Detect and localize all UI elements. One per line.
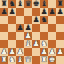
- square-a5[interactable]: [0, 24, 8, 32]
- square-f4[interactable]: [40, 32, 48, 40]
- square-e7[interactable]: [32, 8, 40, 16]
- piece-black-knight[interactable]: ♞: [9, 0, 16, 8]
- square-c1[interactable]: ♝: [16, 56, 24, 64]
- piece-white-pawn[interactable]: ♟: [57, 48, 64, 56]
- square-g8[interactable]: [48, 0, 56, 8]
- piece-black-pawn[interactable]: ♟: [1, 8, 8, 16]
- piece-white-pawn[interactable]: ♟: [1, 48, 8, 56]
- piece-white-bishop[interactable]: ♝: [17, 56, 24, 64]
- square-b2[interactable]: ♟: [8, 48, 16, 56]
- square-h4[interactable]: [56, 32, 64, 40]
- piece-white-rook[interactable]: ♜: [41, 56, 48, 64]
- square-b3[interactable]: [8, 40, 16, 48]
- chess-board: ♜♞♝♛♚♝♜♟♟♟♟♟♟♞♟♟♟♝♟♞♟♟♟♟♟♟♜♞♝♛♜♚: [0, 0, 64, 64]
- square-e5[interactable]: [32, 24, 40, 32]
- square-b6[interactable]: [8, 16, 16, 24]
- square-d7[interactable]: [24, 8, 32, 16]
- square-g6[interactable]: [48, 16, 56, 24]
- piece-black-knight[interactable]: ♞: [41, 16, 48, 24]
- piece-black-pawn[interactable]: ♟: [17, 24, 24, 32]
- square-g7[interactable]: ♟: [48, 8, 56, 16]
- square-b7[interactable]: ♟: [8, 8, 16, 16]
- square-d3[interactable]: ♝: [24, 40, 32, 48]
- square-d1[interactable]: ♛: [24, 56, 32, 64]
- square-e3[interactable]: ♟: [32, 40, 40, 48]
- square-d4[interactable]: ♟: [24, 32, 32, 40]
- square-g5[interactable]: [48, 24, 56, 32]
- piece-white-pawn[interactable]: ♟: [49, 48, 56, 56]
- square-h8[interactable]: ♜: [56, 0, 64, 8]
- piece-black-pawn[interactable]: ♟: [41, 8, 48, 16]
- square-c7[interactable]: [16, 8, 24, 16]
- square-d8[interactable]: ♛: [24, 0, 32, 8]
- square-a1[interactable]: ♜: [0, 56, 8, 64]
- piece-white-king[interactable]: ♚: [49, 56, 56, 64]
- square-f6[interactable]: ♞: [40, 16, 48, 24]
- piece-white-pawn[interactable]: ♟: [9, 48, 16, 56]
- square-f1[interactable]: ♜: [40, 56, 48, 64]
- square-f7[interactable]: ♟: [40, 8, 48, 16]
- piece-black-rook[interactable]: ♜: [57, 0, 64, 8]
- piece-white-knight[interactable]: ♞: [9, 56, 16, 64]
- piece-white-pawn[interactable]: ♟: [25, 32, 32, 40]
- square-g3[interactable]: [48, 40, 56, 48]
- piece-white-pawn[interactable]: ♟: [41, 48, 48, 56]
- square-a3[interactable]: [0, 40, 8, 48]
- piece-black-pawn[interactable]: ♟: [33, 16, 40, 24]
- square-e1[interactable]: [32, 56, 40, 64]
- piece-black-rook[interactable]: ♜: [1, 0, 8, 8]
- square-c3[interactable]: [16, 40, 24, 48]
- square-f3[interactable]: ♞: [40, 40, 48, 48]
- square-c4[interactable]: [16, 32, 24, 40]
- square-a2[interactable]: ♟: [0, 48, 8, 56]
- square-h5[interactable]: [56, 24, 64, 32]
- piece-black-pawn[interactable]: ♟: [25, 24, 32, 32]
- square-d2[interactable]: [24, 48, 32, 56]
- square-h1[interactable]: [56, 56, 64, 64]
- square-f5[interactable]: [40, 24, 48, 32]
- square-e8[interactable]: ♚: [32, 0, 40, 8]
- piece-black-bishop[interactable]: ♝: [17, 0, 24, 8]
- square-b4[interactable]: [8, 32, 16, 40]
- piece-white-pawn[interactable]: ♟: [17, 48, 24, 56]
- square-g1[interactable]: ♚: [48, 56, 56, 64]
- square-b5[interactable]: [8, 24, 16, 32]
- piece-black-bishop[interactable]: ♝: [41, 0, 48, 8]
- piece-black-king[interactable]: ♚: [33, 0, 40, 8]
- square-b8[interactable]: ♞: [8, 0, 16, 8]
- square-h7[interactable]: ♟: [56, 8, 64, 16]
- square-g2[interactable]: ♟: [48, 48, 56, 56]
- piece-black-pawn[interactable]: ♟: [9, 8, 16, 16]
- square-h6[interactable]: [56, 16, 64, 24]
- piece-white-bishop[interactable]: ♝: [25, 40, 32, 48]
- square-e4[interactable]: [32, 32, 40, 40]
- square-a7[interactable]: ♟: [0, 8, 8, 16]
- square-c2[interactable]: ♟: [16, 48, 24, 56]
- piece-white-pawn[interactable]: ♟: [33, 40, 40, 48]
- square-g4[interactable]: [48, 32, 56, 40]
- square-h3[interactable]: [56, 40, 64, 48]
- square-c5[interactable]: ♟: [16, 24, 24, 32]
- square-c8[interactable]: ♝: [16, 0, 24, 8]
- piece-white-queen[interactable]: ♛: [25, 56, 32, 64]
- piece-white-knight[interactable]: ♞: [41, 40, 48, 48]
- square-d6[interactable]: [24, 16, 32, 24]
- square-e6[interactable]: ♟: [32, 16, 40, 24]
- square-f2[interactable]: ♟: [40, 48, 48, 56]
- square-a8[interactable]: ♜: [0, 0, 8, 8]
- piece-white-rook[interactable]: ♜: [1, 56, 8, 64]
- square-f8[interactable]: ♝: [40, 0, 48, 8]
- square-h2[interactable]: ♟: [56, 48, 64, 56]
- square-b1[interactable]: ♞: [8, 56, 16, 64]
- square-c6[interactable]: [16, 16, 24, 24]
- square-e2[interactable]: [32, 48, 40, 56]
- square-a6[interactable]: [0, 16, 8, 24]
- square-a4[interactable]: [0, 32, 8, 40]
- piece-black-pawn[interactable]: ♟: [57, 8, 64, 16]
- piece-black-pawn[interactable]: ♟: [49, 8, 56, 16]
- square-d5[interactable]: ♟: [24, 24, 32, 32]
- piece-black-queen[interactable]: ♛: [25, 0, 32, 8]
